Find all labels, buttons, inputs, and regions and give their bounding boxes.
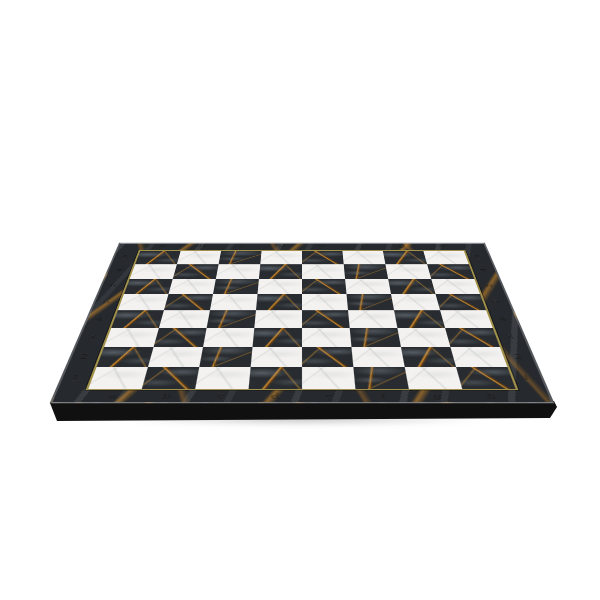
rank-label-left: 5 xyxy=(96,300,116,306)
file-label-top: c xyxy=(234,244,250,248)
rank-label-left: 6 xyxy=(103,284,122,289)
square-e7 xyxy=(302,264,345,278)
rank-label-left: 4 xyxy=(89,316,110,322)
square-g8 xyxy=(383,251,427,264)
file-label-top: b xyxy=(194,244,211,248)
square-e8 xyxy=(302,251,344,264)
square-b2 xyxy=(148,347,203,367)
square-b5 xyxy=(164,294,213,310)
square-e4 xyxy=(302,310,350,328)
rank-label-right: 8 xyxy=(469,255,487,260)
rank-label-right: 6 xyxy=(480,284,499,289)
square-f2 xyxy=(351,347,404,367)
square-a6 xyxy=(124,279,173,294)
square-g7 xyxy=(385,264,431,278)
rank-label-left: 3 xyxy=(81,334,103,341)
file-label-bottom: h xyxy=(480,393,504,401)
square-f4 xyxy=(348,310,397,328)
square-c5 xyxy=(210,294,258,310)
square-d3 xyxy=(253,328,302,347)
square-d2 xyxy=(251,347,302,367)
square-a5 xyxy=(118,294,169,310)
file-label-top: a xyxy=(153,244,170,248)
square-e5 xyxy=(302,294,348,310)
square-c2 xyxy=(199,347,252,367)
board-frame: 88aa77bb66cc55dd44ee33ff22gg11hh xyxy=(50,242,555,403)
square-c3 xyxy=(203,328,254,347)
file-label-bottom: d xyxy=(264,393,286,401)
chess-board: 88aa77bb66cc55dd44ee33ff22gg11hh xyxy=(50,242,555,403)
rank-label-left: 7 xyxy=(109,269,128,274)
square-g4 xyxy=(394,310,445,328)
square-h5 xyxy=(435,294,486,310)
square-c1 xyxy=(195,367,250,389)
file-label-bottom: a xyxy=(100,393,124,401)
square-e6 xyxy=(302,279,346,294)
square-d7 xyxy=(259,264,302,278)
square-c7 xyxy=(216,264,260,278)
square-e2 xyxy=(302,347,353,367)
file-label-bottom: b xyxy=(155,393,178,401)
square-a2 xyxy=(97,347,154,367)
square-h7 xyxy=(427,264,474,278)
square-h4 xyxy=(440,310,493,328)
square-c4 xyxy=(207,310,256,328)
file-label-top: h xyxy=(433,244,450,248)
square-b8 xyxy=(177,251,221,264)
square-d5 xyxy=(256,294,302,310)
rank-label-right: 4 xyxy=(492,316,513,322)
board-playing-field xyxy=(86,250,519,390)
square-h2 xyxy=(450,347,507,367)
square-g6 xyxy=(388,279,435,294)
file-label-top: f xyxy=(354,244,370,248)
square-g3 xyxy=(397,328,450,347)
file-label-top: d xyxy=(274,244,290,248)
square-h3 xyxy=(445,328,500,347)
square-b3 xyxy=(154,328,207,347)
rank-label-right: 5 xyxy=(486,300,506,306)
square-c8 xyxy=(219,251,262,264)
square-h6 xyxy=(431,279,480,294)
rank-label-right: 7 xyxy=(474,269,493,274)
square-d8 xyxy=(260,251,302,264)
rank-label-right: 1 xyxy=(515,375,539,383)
file-label-top: g xyxy=(394,244,411,248)
file-label-bottom: f xyxy=(372,393,394,401)
square-f5 xyxy=(346,294,394,310)
square-h1 xyxy=(456,367,516,389)
square-a8 xyxy=(135,251,181,264)
file-label-bottom: g xyxy=(426,393,449,401)
square-e1 xyxy=(302,367,355,389)
square-d6 xyxy=(258,279,302,294)
square-d1 xyxy=(249,367,302,389)
square-a3 xyxy=(104,328,159,347)
square-f1 xyxy=(353,367,408,389)
file-label-top: e xyxy=(314,244,330,248)
rank-label-left: 2 xyxy=(72,354,95,361)
square-c6 xyxy=(213,279,259,294)
rank-label-left: 1 xyxy=(63,375,87,383)
rank-label-left: 8 xyxy=(115,255,133,260)
square-a1 xyxy=(88,367,148,389)
square-a4 xyxy=(111,310,164,328)
square-g5 xyxy=(391,294,440,310)
square-f7 xyxy=(344,264,388,278)
file-label-bottom: c xyxy=(209,393,231,401)
square-g2 xyxy=(401,347,456,367)
square-e3 xyxy=(302,328,351,347)
square-a7 xyxy=(130,264,177,278)
square-g1 xyxy=(405,367,463,389)
rank-label-right: 3 xyxy=(499,334,521,341)
square-b7 xyxy=(173,264,219,278)
file-label-bottom: e xyxy=(318,393,340,401)
product-photo-stage: 88aa77bb66cc55dd44ee33ff22gg11hh xyxy=(0,0,600,600)
rank-label-right: 2 xyxy=(507,354,530,361)
square-b6 xyxy=(169,279,216,294)
square-h8 xyxy=(423,251,469,264)
square-b4 xyxy=(159,310,210,328)
square-b1 xyxy=(142,367,200,389)
square-d4 xyxy=(254,310,302,328)
square-f3 xyxy=(350,328,401,347)
square-f8 xyxy=(342,251,385,264)
square-f6 xyxy=(345,279,391,294)
